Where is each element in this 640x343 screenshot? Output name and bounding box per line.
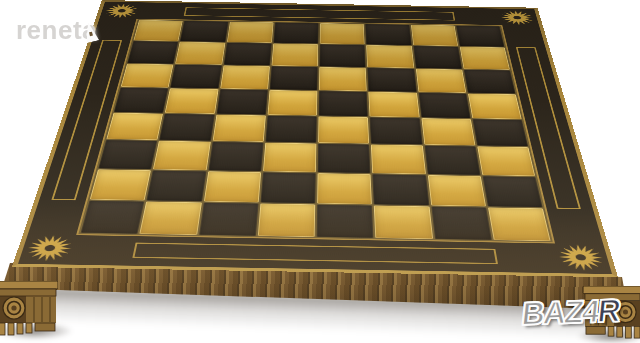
square-f6[interactable] bbox=[367, 68, 416, 92]
square-g8[interactable] bbox=[411, 25, 458, 46]
square-c3[interactable] bbox=[208, 142, 263, 171]
square-g5[interactable] bbox=[418, 93, 470, 119]
square-h7[interactable] bbox=[460, 47, 510, 70]
square-c5[interactable] bbox=[216, 89, 268, 115]
square-d2[interactable] bbox=[260, 172, 316, 203]
square-g3[interactable] bbox=[424, 146, 480, 175]
watermark-reneta: reneta bbox=[16, 15, 97, 46]
square-e3[interactable] bbox=[318, 144, 371, 173]
square-h1[interactable] bbox=[488, 207, 551, 241]
square-a7[interactable] bbox=[127, 41, 178, 63]
square-e6[interactable] bbox=[319, 67, 367, 91]
square-h2[interactable] bbox=[482, 176, 542, 207]
left-leg bbox=[0, 281, 58, 337]
square-e4[interactable] bbox=[318, 116, 369, 143]
square-h6[interactable] bbox=[464, 69, 516, 93]
square-b5[interactable] bbox=[165, 88, 218, 113]
square-a6[interactable] bbox=[121, 64, 174, 88]
watermark-bazar-light: BAZ4 bbox=[520, 293, 600, 332]
square-g2[interactable] bbox=[427, 175, 485, 206]
square-c2[interactable] bbox=[203, 171, 260, 202]
square-e8[interactable] bbox=[320, 23, 365, 44]
square-e2[interactable] bbox=[317, 173, 372, 204]
square-d5[interactable] bbox=[267, 90, 317, 116]
square-a4[interactable] bbox=[106, 113, 163, 140]
square-g6[interactable] bbox=[415, 69, 466, 93]
meander-border-bottom bbox=[132, 243, 498, 265]
sun-icon bbox=[499, 10, 537, 26]
square-g1[interactable] bbox=[431, 206, 492, 240]
square-f1[interactable] bbox=[374, 205, 433, 239]
sun-icon bbox=[555, 243, 607, 271]
square-c6[interactable] bbox=[220, 65, 270, 89]
square-h3[interactable] bbox=[477, 147, 535, 176]
square-c1[interactable] bbox=[199, 202, 259, 236]
square-f8[interactable] bbox=[365, 24, 411, 45]
square-a5[interactable] bbox=[114, 87, 169, 112]
square-f7[interactable] bbox=[366, 45, 413, 68]
square-f4[interactable] bbox=[370, 117, 422, 144]
square-d4[interactable] bbox=[265, 116, 317, 143]
square-h8[interactable] bbox=[456, 26, 505, 47]
square-d8[interactable] bbox=[273, 22, 318, 43]
square-f2[interactable] bbox=[373, 174, 429, 205]
square-d3[interactable] bbox=[263, 143, 317, 172]
meander-border-top bbox=[184, 7, 455, 20]
board-border-band bbox=[12, 0, 618, 277]
square-b8[interactable] bbox=[180, 21, 228, 42]
square-e1[interactable] bbox=[317, 204, 374, 238]
sun-icon bbox=[23, 234, 76, 262]
square-d1[interactable] bbox=[258, 203, 316, 237]
square-h5[interactable] bbox=[468, 94, 522, 120]
square-b4[interactable] bbox=[159, 114, 214, 141]
square-a1[interactable] bbox=[81, 200, 145, 233]
square-h4[interactable] bbox=[472, 119, 528, 146]
square-f5[interactable] bbox=[369, 92, 420, 118]
product-photo: reneta BAZ4R bbox=[0, 0, 640, 343]
square-a3[interactable] bbox=[98, 140, 157, 169]
watermark-bazar-dark: R bbox=[596, 292, 621, 329]
square-b2[interactable] bbox=[147, 170, 206, 201]
square-g4[interactable] bbox=[421, 118, 475, 145]
square-b1[interactable] bbox=[140, 201, 202, 235]
square-g7[interactable] bbox=[413, 46, 462, 69]
board-grid bbox=[76, 19, 555, 244]
square-f3[interactable] bbox=[371, 145, 425, 174]
square-e5[interactable] bbox=[319, 91, 369, 117]
sun-icon bbox=[103, 3, 141, 19]
square-c7[interactable] bbox=[223, 43, 271, 66]
square-b7[interactable] bbox=[175, 42, 225, 65]
square-b6[interactable] bbox=[170, 64, 221, 88]
square-d7[interactable] bbox=[271, 44, 318, 67]
square-a2[interactable] bbox=[90, 169, 151, 200]
chess-board bbox=[12, 0, 618, 277]
square-e7[interactable] bbox=[319, 44, 365, 67]
watermark-bazar: BAZ4R bbox=[520, 292, 621, 332]
square-a8[interactable] bbox=[133, 20, 182, 41]
square-b3[interactable] bbox=[153, 141, 210, 170]
square-d6[interactable] bbox=[269, 66, 317, 90]
square-c4[interactable] bbox=[212, 115, 265, 142]
square-c8[interactable] bbox=[227, 22, 274, 43]
